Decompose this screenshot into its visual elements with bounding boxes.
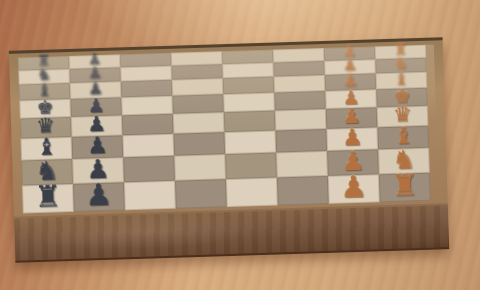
square-e7[interactable]: ♟ — [70, 97, 122, 117]
square-d2[interactable]: ♟ — [326, 107, 378, 129]
white-pawn: ♟ — [326, 125, 378, 150]
white-king: ♚ — [376, 86, 428, 107]
square-a7[interactable]: ♟ — [73, 182, 125, 212]
black-pawn: ♟ — [71, 133, 123, 158]
square-d5[interactable] — [173, 112, 225, 134]
square-e4[interactable] — [223, 93, 275, 113]
white-pawn: ♟ — [324, 43, 375, 60]
square-c4[interactable] — [224, 131, 276, 155]
black-king: ♚ — [19, 97, 71, 118]
square-a3[interactable] — [277, 176, 329, 206]
square-b5[interactable] — [174, 154, 226, 181]
square-f6[interactable] — [121, 80, 172, 98]
square-b6[interactable] — [123, 156, 175, 183]
square-b8[interactable]: ♞ — [21, 159, 73, 186]
square-a8[interactable]: ♜ — [22, 184, 74, 214]
square-f3[interactable] — [274, 75, 325, 93]
chess-board: ♜♟♟♜♞♟♟♞♝♟♟♝♚♟♟♚♛♟♟♛♝♟♟♝♞♟♟♞♜♟♟♜ — [18, 45, 439, 214]
square-b3[interactable] — [276, 151, 328, 178]
square-f4[interactable] — [223, 77, 274, 95]
black-pawn: ♟ — [73, 179, 125, 211]
square-f5[interactable] — [172, 78, 223, 96]
square-a4[interactable] — [226, 178, 278, 208]
photo-stage: ♜♟♟♜♞♟♟♞♝♟♟♝♚♟♟♚♛♟♟♛♝♟♟♝♞♟♟♞♜♟♟♜ — [0, 0, 480, 290]
square-a2[interactable]: ♟ — [328, 174, 380, 204]
square-b2[interactable]: ♟ — [327, 149, 379, 176]
white-pawn: ♟ — [326, 105, 378, 128]
square-c6[interactable] — [122, 134, 174, 158]
square-f1[interactable]: ♝ — [376, 72, 427, 90]
square-e6[interactable] — [121, 96, 173, 116]
square-f7[interactable]: ♟ — [70, 81, 121, 99]
black-knight: ♞ — [21, 157, 73, 185]
chess-board-box: ♜♟♟♜♞♟♟♞♝♟♟♝♚♟♟♚♛♟♟♛♝♟♟♝♞♟♟♞♜♟♟♜ — [9, 37, 449, 263]
square-d1[interactable]: ♛ — [377, 106, 429, 128]
white-rook: ♜ — [379, 170, 431, 202]
square-c3[interactable] — [275, 129, 327, 153]
white-pawn: ♟ — [328, 171, 380, 203]
board-frame: ♜♟♟♜♞♟♟♞♝♟♟♝♚♟♟♚♛♟♟♛♝♟♟♝♞♟♟♞♜♟♟♜ — [9, 37, 448, 217]
white-pawn: ♟ — [325, 87, 377, 108]
square-b4[interactable] — [225, 153, 277, 180]
square-d4[interactable] — [224, 111, 276, 133]
black-pawn: ♟ — [72, 155, 124, 183]
square-e5[interactable] — [172, 94, 224, 114]
square-d8[interactable]: ♛ — [20, 117, 72, 139]
square-c5[interactable] — [173, 132, 225, 156]
square-c7[interactable]: ♟ — [72, 135, 124, 159]
black-pawn: ♟ — [70, 95, 122, 116]
white-rook: ♜ — [375, 42, 426, 59]
white-pawn: ♟ — [325, 71, 377, 90]
square-e1[interactable]: ♚ — [376, 88, 428, 108]
square-c2[interactable]: ♟ — [326, 127, 378, 151]
square-e8[interactable]: ♚ — [19, 99, 71, 119]
square-a1[interactable]: ♜ — [379, 173, 431, 203]
square-d7[interactable]: ♟ — [71, 115, 123, 137]
black-bishop: ♝ — [19, 81, 71, 100]
square-f8[interactable]: ♝ — [19, 83, 70, 101]
white-knight: ♞ — [378, 146, 430, 174]
black-bishop: ♝ — [20, 135, 72, 160]
square-e3[interactable] — [274, 91, 326, 111]
white-queen: ♛ — [377, 104, 429, 127]
black-rook: ♜ — [22, 181, 74, 213]
square-a6[interactable] — [124, 181, 176, 211]
square-c8[interactable]: ♝ — [21, 137, 73, 161]
black-queen: ♛ — [20, 115, 72, 138]
white-pawn: ♟ — [327, 147, 379, 175]
white-bishop: ♝ — [376, 70, 428, 89]
square-e2[interactable]: ♟ — [325, 89, 377, 109]
white-bishop: ♝ — [377, 124, 429, 149]
square-a5[interactable] — [175, 179, 227, 209]
black-pawn: ♟ — [70, 79, 122, 98]
square-c1[interactable]: ♝ — [377, 126, 429, 150]
square-d3[interactable] — [275, 109, 327, 131]
black-rook: ♜ — [18, 53, 69, 70]
black-pawn: ♟ — [71, 113, 123, 136]
square-b7[interactable]: ♟ — [72, 157, 124, 184]
square-d6[interactable] — [122, 114, 174, 136]
square-f2[interactable]: ♟ — [325, 73, 376, 91]
square-b1[interactable]: ♞ — [378, 148, 430, 175]
black-pawn: ♟ — [69, 51, 120, 68]
